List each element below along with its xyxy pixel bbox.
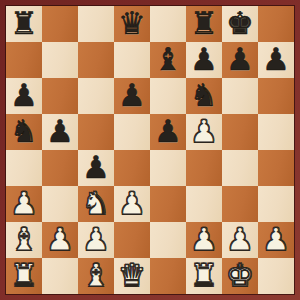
square-h1[interactable] bbox=[258, 258, 294, 294]
square-b2[interactable]: ♟ bbox=[42, 222, 78, 258]
piece-white-bishop[interactable]: ♝ bbox=[10, 222, 38, 257]
square-f2[interactable]: ♟ bbox=[186, 222, 222, 258]
square-f1[interactable]: ♜ bbox=[186, 258, 222, 294]
square-b1[interactable] bbox=[42, 258, 78, 294]
piece-black-rook[interactable]: ♜ bbox=[190, 6, 218, 41]
square-e4[interactable] bbox=[150, 150, 186, 186]
square-a2[interactable]: ♝ bbox=[6, 222, 42, 258]
square-a1[interactable]: ♜ bbox=[6, 258, 42, 294]
square-f8[interactable]: ♜ bbox=[186, 6, 222, 42]
square-g1[interactable]: ♚ bbox=[222, 258, 258, 294]
square-c1[interactable]: ♝ bbox=[78, 258, 114, 294]
square-h3[interactable] bbox=[258, 186, 294, 222]
piece-white-knight[interactable]: ♞ bbox=[82, 186, 110, 221]
square-c8[interactable] bbox=[78, 6, 114, 42]
piece-black-rook[interactable]: ♜ bbox=[10, 6, 38, 41]
square-b7[interactable] bbox=[42, 42, 78, 78]
piece-black-pawn[interactable]: ♟ bbox=[10, 78, 38, 113]
piece-black-pawn[interactable]: ♟ bbox=[118, 78, 146, 113]
square-d6[interactable]: ♟ bbox=[114, 78, 150, 114]
piece-black-bishop[interactable]: ♝ bbox=[154, 42, 182, 77]
square-h2[interactable]: ♟ bbox=[258, 222, 294, 258]
square-a3[interactable]: ♟ bbox=[6, 186, 42, 222]
square-c5[interactable] bbox=[78, 114, 114, 150]
piece-black-pawn[interactable]: ♟ bbox=[226, 42, 254, 77]
square-f4[interactable] bbox=[186, 150, 222, 186]
square-a7[interactable] bbox=[6, 42, 42, 78]
square-b3[interactable] bbox=[42, 186, 78, 222]
square-b8[interactable] bbox=[42, 6, 78, 42]
chess-board-frame: ♜♛♜♚♝♟♟♟♟♟♞♞♟♟♟♟♟♞♟♝♟♟♟♟♟♜♝♛♜♚ bbox=[0, 0, 300, 300]
square-c2[interactable]: ♟ bbox=[78, 222, 114, 258]
square-g6[interactable] bbox=[222, 78, 258, 114]
square-h5[interactable] bbox=[258, 114, 294, 150]
piece-black-pawn[interactable]: ♟ bbox=[154, 114, 182, 149]
square-d1[interactable]: ♛ bbox=[114, 258, 150, 294]
piece-white-king[interactable]: ♚ bbox=[226, 258, 254, 293]
square-d5[interactable] bbox=[114, 114, 150, 150]
square-e7[interactable]: ♝ bbox=[150, 42, 186, 78]
square-d3[interactable]: ♟ bbox=[114, 186, 150, 222]
square-b6[interactable] bbox=[42, 78, 78, 114]
square-f5[interactable]: ♟ bbox=[186, 114, 222, 150]
piece-black-pawn[interactable]: ♟ bbox=[82, 150, 110, 185]
square-e3[interactable] bbox=[150, 186, 186, 222]
square-h4[interactable] bbox=[258, 150, 294, 186]
piece-black-pawn[interactable]: ♟ bbox=[46, 114, 74, 149]
square-c4[interactable]: ♟ bbox=[78, 150, 114, 186]
piece-black-queen[interactable]: ♛ bbox=[118, 6, 146, 41]
square-e1[interactable] bbox=[150, 258, 186, 294]
piece-white-pawn[interactable]: ♟ bbox=[46, 222, 74, 257]
square-a6[interactable]: ♟ bbox=[6, 78, 42, 114]
square-a8[interactable]: ♜ bbox=[6, 6, 42, 42]
piece-white-rook[interactable]: ♜ bbox=[10, 258, 38, 293]
square-b4[interactable] bbox=[42, 150, 78, 186]
piece-black-pawn[interactable]: ♟ bbox=[190, 42, 218, 77]
piece-white-pawn[interactable]: ♟ bbox=[118, 186, 146, 221]
piece-white-rook[interactable]: ♜ bbox=[190, 258, 218, 293]
piece-black-king[interactable]: ♚ bbox=[226, 6, 254, 41]
piece-white-pawn[interactable]: ♟ bbox=[190, 114, 218, 149]
square-g8[interactable]: ♚ bbox=[222, 6, 258, 42]
square-d4[interactable] bbox=[114, 150, 150, 186]
piece-white-bishop[interactable]: ♝ bbox=[82, 258, 110, 293]
square-f3[interactable] bbox=[186, 186, 222, 222]
piece-white-pawn[interactable]: ♟ bbox=[190, 222, 218, 257]
piece-white-queen[interactable]: ♛ bbox=[118, 258, 146, 293]
square-g5[interactable] bbox=[222, 114, 258, 150]
square-d2[interactable] bbox=[114, 222, 150, 258]
square-g7[interactable]: ♟ bbox=[222, 42, 258, 78]
square-c3[interactable]: ♞ bbox=[78, 186, 114, 222]
piece-black-pawn[interactable]: ♟ bbox=[262, 42, 290, 77]
square-c6[interactable] bbox=[78, 78, 114, 114]
square-e5[interactable]: ♟ bbox=[150, 114, 186, 150]
square-d8[interactable]: ♛ bbox=[114, 6, 150, 42]
piece-white-pawn[interactable]: ♟ bbox=[82, 222, 110, 257]
square-g3[interactable] bbox=[222, 186, 258, 222]
square-h7[interactable]: ♟ bbox=[258, 42, 294, 78]
square-f7[interactable]: ♟ bbox=[186, 42, 222, 78]
piece-black-knight[interactable]: ♞ bbox=[190, 78, 218, 113]
square-c7[interactable] bbox=[78, 42, 114, 78]
square-d7[interactable] bbox=[114, 42, 150, 78]
square-b5[interactable]: ♟ bbox=[42, 114, 78, 150]
square-e6[interactable] bbox=[150, 78, 186, 114]
piece-black-knight[interactable]: ♞ bbox=[10, 114, 38, 149]
square-a5[interactable]: ♞ bbox=[6, 114, 42, 150]
piece-white-pawn[interactable]: ♟ bbox=[226, 222, 254, 257]
piece-white-pawn[interactable]: ♟ bbox=[262, 222, 290, 257]
chess-board: ♜♛♜♚♝♟♟♟♟♟♞♞♟♟♟♟♟♞♟♝♟♟♟♟♟♜♝♛♜♚ bbox=[6, 6, 294, 294]
square-f6[interactable]: ♞ bbox=[186, 78, 222, 114]
piece-white-pawn[interactable]: ♟ bbox=[10, 186, 38, 221]
square-g2[interactable]: ♟ bbox=[222, 222, 258, 258]
square-a4[interactable] bbox=[6, 150, 42, 186]
square-g4[interactable] bbox=[222, 150, 258, 186]
square-h8[interactable] bbox=[258, 6, 294, 42]
square-e8[interactable] bbox=[150, 6, 186, 42]
square-e2[interactable] bbox=[150, 222, 186, 258]
square-h6[interactable] bbox=[258, 78, 294, 114]
